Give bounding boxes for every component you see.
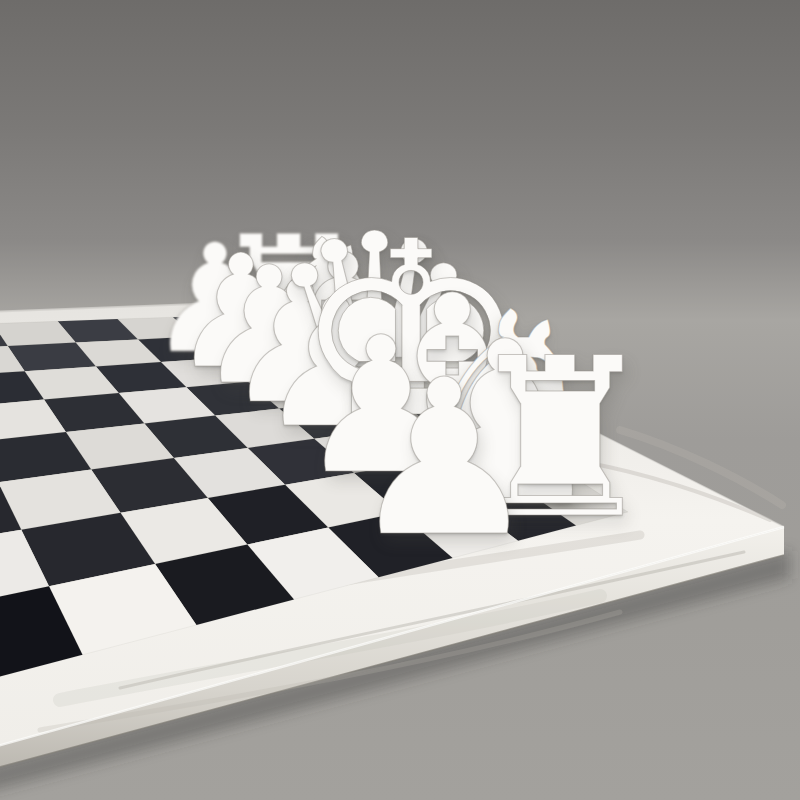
- product-photo-chess-set: ♟♜♟♞♟♝♟♛♟♚♝♟♞♟♜♟: [0, 0, 800, 800]
- piece-layer: ♟♜♟♞♟♝♟♛♟♚♝♟♞♟♜♟: [0, 0, 800, 800]
- white-pawn-glyph: ♟: [348, 351, 541, 566]
